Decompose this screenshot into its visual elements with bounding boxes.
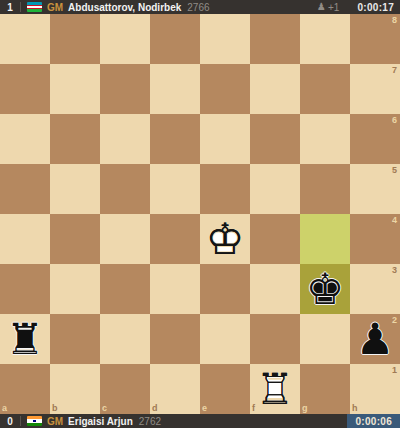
- rank-label: 7: [392, 66, 397, 75]
- square-g4[interactable]: [300, 214, 350, 264]
- file-label: g: [302, 404, 308, 413]
- top-player-bar: 1 GM Abdusattorov, Nodirbek 2766 ♟+1 0:0…: [0, 0, 400, 14]
- square-f8[interactable]: [250, 14, 300, 64]
- square-e7[interactable]: [200, 64, 250, 114]
- square-g7[interactable]: [300, 64, 350, 114]
- square-g1[interactable]: g: [300, 364, 350, 414]
- top-player-rating: 2766: [187, 2, 209, 13]
- rank-label: 1: [392, 366, 397, 375]
- square-a4[interactable]: [0, 214, 50, 264]
- square-d1[interactable]: d: [150, 364, 200, 414]
- square-a3[interactable]: [0, 264, 50, 314]
- divider: [20, 416, 21, 426]
- square-h7[interactable]: 7: [350, 64, 400, 114]
- top-player-name: Abdusattorov, Nodirbek: [68, 2, 181, 13]
- square-b6[interactable]: [50, 114, 100, 164]
- divider: [20, 2, 21, 12]
- top-player-title: GM: [47, 2, 63, 13]
- square-b5[interactable]: [50, 164, 100, 214]
- chess-broadcast-window: 1 GM Abdusattorov, Nodirbek 2766 ♟+1 0:0…: [0, 0, 400, 428]
- square-d5[interactable]: [150, 164, 200, 214]
- square-f7[interactable]: [250, 64, 300, 114]
- file-label: b: [52, 404, 58, 413]
- square-h2[interactable]: 2♟: [350, 314, 400, 364]
- square-f2[interactable]: [250, 314, 300, 364]
- square-d2[interactable]: [150, 314, 200, 364]
- square-e8[interactable]: [200, 14, 250, 64]
- white-king[interactable]: ♚♔: [200, 214, 250, 264]
- square-d7[interactable]: [150, 64, 200, 114]
- square-h5[interactable]: 5: [350, 164, 400, 214]
- square-c1[interactable]: c: [100, 364, 150, 414]
- square-e4[interactable]: ♚♔: [200, 214, 250, 264]
- square-c5[interactable]: [100, 164, 150, 214]
- bottom-player-bar: 0 GM Erigaisi Arjun 2762 0:00:06: [0, 414, 400, 428]
- square-h6[interactable]: 6: [350, 114, 400, 164]
- square-a6[interactable]: [0, 114, 50, 164]
- square-h1[interactable]: 1h: [350, 364, 400, 414]
- square-e2[interactable]: [200, 314, 250, 364]
- file-label: a: [2, 404, 7, 413]
- square-g8[interactable]: [300, 14, 350, 64]
- rank-label: 6: [392, 116, 397, 125]
- square-a2[interactable]: ♜: [0, 314, 50, 364]
- bottom-player-score: 0: [0, 416, 20, 427]
- square-c3[interactable]: [100, 264, 150, 314]
- square-f6[interactable]: [250, 114, 300, 164]
- square-a5[interactable]: [0, 164, 50, 214]
- square-e5[interactable]: [200, 164, 250, 214]
- square-b1[interactable]: b: [50, 364, 100, 414]
- square-g6[interactable]: [300, 114, 350, 164]
- file-label: c: [102, 404, 107, 413]
- rank-label: 4: [392, 216, 397, 225]
- rank-label: 8: [392, 16, 397, 25]
- square-d4[interactable]: [150, 214, 200, 264]
- square-c7[interactable]: [100, 64, 150, 114]
- square-f3[interactable]: [250, 264, 300, 314]
- india-flag: [27, 416, 42, 426]
- chess-board[interactable]: 8765♚♔4♚3♜2♟abcdef♜♖g1h: [0, 14, 400, 414]
- black-pawn[interactable]: ♟: [350, 314, 400, 364]
- square-e3[interactable]: [200, 264, 250, 314]
- square-b3[interactable]: [50, 264, 100, 314]
- file-label: h: [352, 404, 358, 413]
- square-b2[interactable]: [50, 314, 100, 364]
- square-h4[interactable]: 4: [350, 214, 400, 264]
- square-g2[interactable]: [300, 314, 350, 364]
- black-king[interactable]: ♚: [300, 264, 350, 314]
- pawn-icon: ♟: [317, 2, 326, 12]
- square-e6[interactable]: [200, 114, 250, 164]
- square-h3[interactable]: 3: [350, 264, 400, 314]
- uzbekistan-flag: [27, 2, 42, 12]
- material-advantage: ♟+1: [317, 2, 339, 13]
- square-f4[interactable]: [250, 214, 300, 264]
- rank-label: 5: [392, 166, 397, 175]
- file-label: d: [152, 404, 158, 413]
- square-c8[interactable]: [100, 14, 150, 64]
- rank-label: 3: [392, 266, 397, 275]
- bottom-player-title: GM: [47, 416, 63, 427]
- square-a7[interactable]: [0, 64, 50, 114]
- bottom-player-clock: 0:00:06: [347, 414, 400, 428]
- bottom-player-name: Erigaisi Arjun: [68, 416, 133, 427]
- top-player-score: 1: [0, 2, 20, 13]
- square-b7[interactable]: [50, 64, 100, 114]
- square-h8[interactable]: 8: [350, 14, 400, 64]
- white-rook[interactable]: ♜♖: [250, 364, 300, 414]
- square-b4[interactable]: [50, 214, 100, 264]
- black-rook[interactable]: ♜: [0, 314, 50, 364]
- square-d6[interactable]: [150, 114, 200, 164]
- square-f5[interactable]: [250, 164, 300, 214]
- square-d8[interactable]: [150, 14, 200, 64]
- square-d3[interactable]: [150, 264, 200, 314]
- square-a1[interactable]: a: [0, 364, 50, 414]
- material-advantage-value: +1: [328, 2, 339, 13]
- bottom-player-rating: 2762: [139, 416, 161, 427]
- square-g5[interactable]: [300, 164, 350, 214]
- top-player-clock: 0:00:17: [351, 0, 400, 14]
- square-g3[interactable]: ♚: [300, 264, 350, 314]
- square-c6[interactable]: [100, 114, 150, 164]
- file-label: e: [202, 404, 207, 413]
- square-b8[interactable]: [50, 14, 100, 64]
- square-a8[interactable]: [0, 14, 50, 64]
- square-c4[interactable]: [100, 214, 150, 264]
- square-c2[interactable]: [100, 314, 150, 364]
- square-f1[interactable]: f♜♖: [250, 364, 300, 414]
- square-e1[interactable]: e: [200, 364, 250, 414]
